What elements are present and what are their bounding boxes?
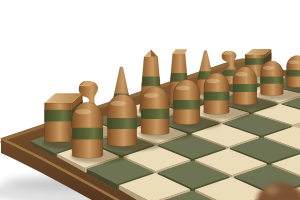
green-band — [107, 118, 136, 129]
chess-board-scene — [0, 0, 300, 200]
green-band — [142, 76, 161, 86]
green-band — [233, 84, 257, 92]
green-band — [260, 77, 283, 84]
green-band — [173, 100, 200, 109]
green-band — [72, 128, 103, 140]
green-band — [286, 70, 300, 77]
green-band — [245, 58, 264, 65]
foreground-pawn-highlight — [265, 186, 279, 194]
green-band — [45, 110, 72, 122]
green-band — [141, 109, 169, 119]
chess-set-photo: Studio photograph of a modern minimalist… — [0, 0, 300, 200]
green-band — [204, 92, 229, 101]
